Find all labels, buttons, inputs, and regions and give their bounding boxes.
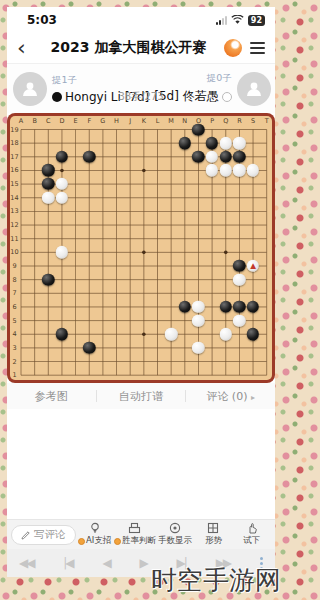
row-label: 9: [10, 262, 19, 270]
star-point: [142, 332, 146, 336]
go-board[interactable]: ABCDEFGHJKLMNOPQRST191817161514131211109…: [10, 116, 272, 380]
win-rate-button[interactable]: 胜率判断: [114, 522, 156, 547]
coin-icon: [114, 538, 121, 545]
white-player-avatar[interactable]: [237, 72, 271, 106]
black-player-avatar[interactable]: [13, 72, 47, 106]
last-move-marker: ▲: [250, 262, 256, 270]
tab-reference-diagram[interactable]: 参考图: [7, 389, 96, 404]
row-label: 13: [10, 207, 19, 215]
row-label: 4: [10, 330, 19, 338]
column-label: E: [71, 117, 81, 125]
column-label: J: [125, 117, 135, 125]
row-label: 17: [10, 153, 19, 161]
row-label: 12: [10, 221, 19, 229]
white-stone-icon: [222, 92, 232, 102]
wifi-icon: [231, 15, 244, 25]
move-counter: 38手/273: [118, 90, 163, 104]
hand-icon: [246, 522, 258, 534]
row-label: 15: [10, 180, 19, 188]
move-numbers-button[interactable]: 手数显示: [156, 522, 194, 547]
go-app-window: 5:03 92 ‹ 2023 加拿大围棋公开赛 提1子: [7, 7, 275, 577]
row-label: 10: [10, 248, 19, 256]
column-label: T: [262, 117, 272, 125]
row-label: 2: [10, 358, 19, 366]
board-tab-bar: 参考图 自动打谱 评论 (0) ▸: [7, 383, 275, 409]
row-label: 6: [10, 303, 19, 311]
row-label: 5: [10, 317, 19, 325]
back-chevron-icon[interactable]: ‹: [17, 37, 33, 59]
row-label: 1: [10, 371, 19, 379]
column-label: R: [234, 117, 244, 125]
battery-indicator: 92: [248, 15, 265, 26]
star-point: [224, 251, 228, 255]
territory-button[interactable]: 形势: [194, 522, 232, 547]
row-label: 8: [10, 276, 19, 284]
page-title: 2023 加拿大围棋公开赛: [33, 39, 224, 57]
column-label: A: [16, 117, 26, 125]
column-label: H: [112, 117, 122, 125]
hamburger-menu-icon[interactable]: [250, 42, 265, 54]
row-label: 11: [10, 235, 19, 243]
star-point: [142, 169, 146, 173]
row-label: 19: [10, 126, 19, 134]
column-label: M: [166, 117, 176, 125]
app-logo-icon[interactable]: [224, 39, 242, 57]
row-label: 16: [10, 166, 19, 174]
clock-text: 5:03: [27, 13, 57, 27]
white-captures-label: 提0子: [207, 72, 232, 85]
go-board-frame: ABCDEFGHJKLMNOPQRST191817161514131211109…: [7, 113, 275, 383]
column-label: G: [98, 117, 108, 125]
scale-icon: [128, 522, 141, 534]
column-label: C: [43, 117, 53, 125]
tab-comments[interactable]: 评论 (0) ▸: [186, 389, 275, 404]
white-player-name: [5d] 佟若愚: [154, 88, 231, 105]
row-label: 18: [10, 139, 19, 147]
black-captures-label: 提1子: [52, 74, 149, 87]
column-label: K: [139, 117, 149, 125]
column-label: L: [153, 117, 163, 125]
ai-hint-button[interactable]: AI支招: [76, 522, 114, 547]
column-label: F: [84, 117, 94, 125]
back-fast-button[interactable]: |◀: [63, 556, 72, 570]
star-point: [142, 251, 146, 255]
chevron-right-icon: ▸: [251, 393, 255, 402]
player-info-bar: 提1子 Hongyi Li [7d] 38手/273 提0子 [5d] 佟若愚: [7, 63, 275, 113]
write-comment-button[interactable]: 写评论: [11, 525, 76, 545]
column-label: P: [207, 117, 217, 125]
column-label: D: [57, 117, 67, 125]
action-toolbar: 写评论 AI支招 胜率判断 手数显示: [7, 519, 275, 549]
bulb-icon: [89, 522, 101, 534]
grid-icon: [207, 522, 219, 534]
signal-icon: [216, 16, 227, 25]
try-move-button[interactable]: 试下: [233, 522, 271, 547]
star-point: [60, 169, 64, 173]
black-stone-icon: [52, 92, 62, 102]
comments-area: [7, 409, 275, 519]
coin-icon: [78, 538, 85, 545]
column-label: B: [30, 117, 40, 125]
jump-start-button[interactable]: ◀◀: [19, 556, 33, 570]
status-bar: 5:03 92: [7, 7, 275, 33]
column-label: Q: [221, 117, 231, 125]
watermark-text: 时空手游网: [151, 563, 281, 598]
tab-auto-replay[interactable]: 自动打谱: [97, 389, 186, 404]
title-bar: ‹ 2023 加拿大围棋公开赛: [7, 33, 275, 63]
row-label: 3: [10, 344, 19, 352]
column-label: N: [180, 117, 190, 125]
forward-one-button[interactable]: ▶: [139, 556, 146, 570]
column-label: S: [248, 117, 258, 125]
target-icon: [169, 522, 181, 534]
row-label: 14: [10, 194, 19, 202]
pencil-icon: [21, 530, 31, 540]
row-label: 7: [10, 289, 19, 297]
back-one-button[interactable]: ◀: [102, 556, 109, 570]
